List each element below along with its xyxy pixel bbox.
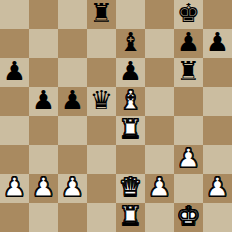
piece-white-bishop[interactable]: ♝ <box>119 87 142 115</box>
piece-black-king[interactable]: ♚ <box>177 0 200 28</box>
square-f2[interactable]: ♟ <box>145 174 174 203</box>
square-d4[interactable] <box>87 116 116 145</box>
square-e1[interactable]: ♜ <box>116 203 145 232</box>
square-d3[interactable] <box>87 145 116 174</box>
piece-black-pawn[interactable]: ♟ <box>119 58 142 86</box>
square-c3[interactable] <box>58 145 87 174</box>
square-e2[interactable]: ♛ <box>116 174 145 203</box>
square-c8[interactable] <box>58 0 87 29</box>
square-g6[interactable]: ♜ <box>174 58 203 87</box>
square-e4[interactable]: ♜ <box>116 116 145 145</box>
square-a7[interactable] <box>0 29 29 58</box>
piece-black-pawn[interactable]: ♟ <box>3 58 26 86</box>
square-g1[interactable]: ♚ <box>174 203 203 232</box>
piece-white-king[interactable]: ♚ <box>177 203 200 231</box>
square-a5[interactable] <box>0 87 29 116</box>
square-d8[interactable]: ♜ <box>87 0 116 29</box>
square-c6[interactable] <box>58 58 87 87</box>
square-h4[interactable] <box>203 116 232 145</box>
square-c7[interactable] <box>58 29 87 58</box>
square-g2[interactable] <box>174 174 203 203</box>
piece-white-rook[interactable]: ♜ <box>119 116 142 144</box>
piece-black-queen[interactable]: ♛ <box>90 87 113 115</box>
piece-white-pawn[interactable]: ♟ <box>61 174 84 202</box>
square-d2[interactable] <box>87 174 116 203</box>
square-h1[interactable] <box>203 203 232 232</box>
square-b3[interactable] <box>29 145 58 174</box>
piece-white-pawn[interactable]: ♟ <box>206 174 229 202</box>
square-c2[interactable]: ♟ <box>58 174 87 203</box>
square-b1[interactable] <box>29 203 58 232</box>
square-g3[interactable]: ♟ <box>174 145 203 174</box>
board-wrap: ♜♚♝♟♟♟♟♜♟♟♛♝♜♟♟♟♟♛♟♟♜♚ <box>0 0 232 232</box>
piece-white-pawn[interactable]: ♟ <box>32 174 55 202</box>
square-e8[interactable] <box>116 0 145 29</box>
square-c1[interactable] <box>58 203 87 232</box>
square-f3[interactable] <box>145 145 174 174</box>
square-e6[interactable]: ♟ <box>116 58 145 87</box>
square-d6[interactable] <box>87 58 116 87</box>
square-b6[interactable] <box>29 58 58 87</box>
square-g4[interactable] <box>174 116 203 145</box>
square-f8[interactable] <box>145 0 174 29</box>
square-f1[interactable] <box>145 203 174 232</box>
piece-white-queen[interactable]: ♛ <box>119 174 142 202</box>
piece-black-pawn[interactable]: ♟ <box>206 29 229 57</box>
square-d1[interactable] <box>87 203 116 232</box>
square-a3[interactable] <box>0 145 29 174</box>
square-e5[interactable]: ♝ <box>116 87 145 116</box>
square-b8[interactable] <box>29 0 58 29</box>
square-a6[interactable]: ♟ <box>0 58 29 87</box>
square-g7[interactable]: ♟ <box>174 29 203 58</box>
piece-white-pawn[interactable]: ♟ <box>3 174 26 202</box>
piece-black-rook[interactable]: ♜ <box>177 58 200 86</box>
square-f4[interactable] <box>145 116 174 145</box>
square-d5[interactable]: ♛ <box>87 87 116 116</box>
square-a2[interactable]: ♟ <box>0 174 29 203</box>
square-h6[interactable] <box>203 58 232 87</box>
piece-black-rook[interactable]: ♜ <box>90 0 113 28</box>
square-h8[interactable] <box>203 0 232 29</box>
square-e7[interactable]: ♝ <box>116 29 145 58</box>
square-b7[interactable] <box>29 29 58 58</box>
piece-black-bishop[interactable]: ♝ <box>119 29 142 57</box>
piece-white-pawn[interactable]: ♟ <box>148 174 171 202</box>
piece-black-pawn[interactable]: ♟ <box>32 87 55 115</box>
square-h3[interactable] <box>203 145 232 174</box>
square-h5[interactable] <box>203 87 232 116</box>
square-a4[interactable] <box>0 116 29 145</box>
square-d7[interactable] <box>87 29 116 58</box>
square-c5[interactable]: ♟ <box>58 87 87 116</box>
square-b5[interactable]: ♟ <box>29 87 58 116</box>
square-f5[interactable] <box>145 87 174 116</box>
piece-white-pawn[interactable]: ♟ <box>177 145 200 173</box>
square-h7[interactable]: ♟ <box>203 29 232 58</box>
square-g8[interactable]: ♚ <box>174 0 203 29</box>
square-c4[interactable] <box>58 116 87 145</box>
square-f6[interactable] <box>145 58 174 87</box>
piece-white-rook[interactable]: ♜ <box>119 203 142 231</box>
square-a8[interactable] <box>0 0 29 29</box>
square-e3[interactable] <box>116 145 145 174</box>
square-f7[interactable] <box>145 29 174 58</box>
square-g5[interactable] <box>174 87 203 116</box>
square-b2[interactable]: ♟ <box>29 174 58 203</box>
square-h2[interactable]: ♟ <box>203 174 232 203</box>
piece-black-pawn[interactable]: ♟ <box>177 29 200 57</box>
chess-board: ♜♚♝♟♟♟♟♜♟♟♛♝♜♟♟♟♟♛♟♟♜♚ <box>0 0 232 232</box>
square-a1[interactable] <box>0 203 29 232</box>
square-b4[interactable] <box>29 116 58 145</box>
piece-black-pawn[interactable]: ♟ <box>61 87 84 115</box>
